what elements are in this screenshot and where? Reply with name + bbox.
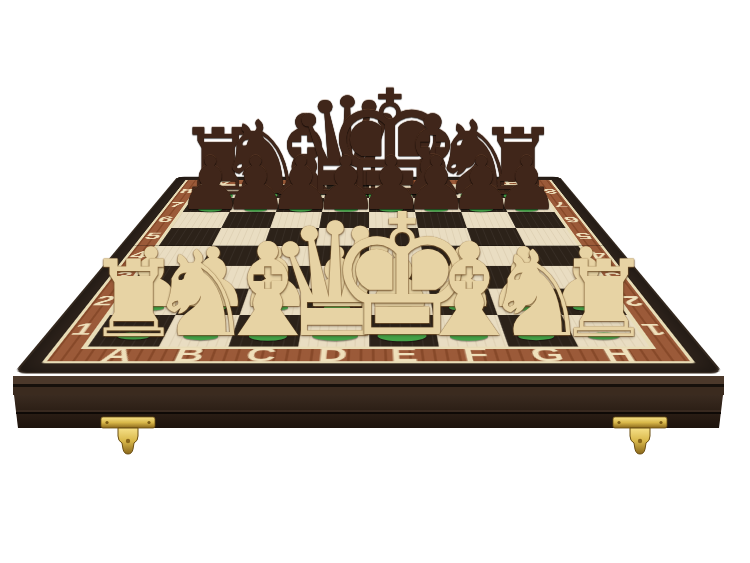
square-h5[interactable]: [516, 228, 578, 246]
square-d2[interactable]: [304, 289, 369, 316]
square-f6[interactable]: [415, 212, 467, 228]
square-d1[interactable]: [298, 315, 368, 346]
brass-latch-left: [101, 417, 155, 454]
square-g8[interactable]: [452, 185, 500, 198]
square-h6[interactable]: [508, 212, 566, 228]
square-c6[interactable]: [270, 212, 322, 228]
square-f7[interactable]: [412, 198, 461, 212]
square-d6[interactable]: [319, 212, 368, 228]
square-c5[interactable]: [264, 228, 319, 246]
square-e1[interactable]: [369, 315, 439, 346]
square-c3[interactable]: [249, 266, 313, 289]
square-g6[interactable]: [461, 212, 516, 228]
square-h2[interactable]: [548, 289, 627, 316]
square-d7[interactable]: [322, 198, 368, 212]
square-h7[interactable]: [500, 198, 554, 212]
square-c2[interactable]: [239, 289, 308, 316]
square-e6[interactable]: [369, 212, 418, 228]
square-h4[interactable]: [525, 246, 591, 266]
square-b6[interactable]: [221, 212, 276, 228]
square-h3[interactable]: [536, 266, 608, 289]
square-c4[interactable]: [257, 246, 316, 266]
square-h8[interactable]: [494, 185, 545, 198]
square-b8[interactable]: [237, 185, 285, 198]
square-d4[interactable]: [313, 246, 369, 266]
square-a7[interactable]: [183, 198, 237, 212]
square-c1[interactable]: [228, 315, 304, 346]
square-e3[interactable]: [369, 266, 429, 289]
square-e5[interactable]: [369, 228, 421, 246]
square-e7[interactable]: [369, 198, 415, 212]
square-a6[interactable]: [172, 212, 230, 228]
inner-inlay-strip: [82, 185, 656, 349]
square-f5[interactable]: [418, 228, 473, 246]
board-fold-seam: [134, 245, 604, 246]
square-c8[interactable]: [281, 185, 327, 198]
chess-board-grid: [88, 185, 649, 346]
square-g7[interactable]: [456, 198, 507, 212]
square-b2[interactable]: [175, 289, 249, 316]
square-e2[interactable]: [369, 289, 434, 316]
square-b7[interactable]: [229, 198, 280, 212]
square-a8[interactable]: [193, 185, 244, 198]
square-f2[interactable]: [428, 289, 497, 316]
square-e4[interactable]: [369, 246, 425, 266]
square-c7[interactable]: [276, 198, 325, 212]
chess-set-photo: AABBCCDDEEFFGGHH1122334455667788 ♜♞♝♛♚♝♞…: [0, 0, 750, 563]
square-b3[interactable]: [189, 266, 257, 289]
square-d8[interactable]: [325, 185, 369, 198]
square-d3[interactable]: [309, 266, 369, 289]
square-b5[interactable]: [212, 228, 271, 246]
square-f4[interactable]: [421, 246, 480, 266]
square-d5[interactable]: [316, 228, 368, 246]
square-b4[interactable]: [201, 246, 264, 266]
square-f1[interactable]: [433, 315, 509, 346]
square-f8[interactable]: [410, 185, 456, 198]
brass-latch-right: [613, 417, 667, 454]
square-f3[interactable]: [424, 266, 488, 289]
front-molding: [13, 376, 724, 395]
square-e8[interactable]: [369, 185, 413, 198]
square-h1[interactable]: [562, 315, 649, 346]
